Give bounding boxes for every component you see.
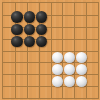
board-cell-r3c2[interactable]	[27, 39, 39, 51]
board-cell-r7c5[interactable]	[62, 86, 74, 98]
board-cell-r0c0[interactable]	[3, 3, 15, 15]
board-cell-r0c5[interactable]	[62, 3, 74, 15]
go-board	[0, 0, 100, 100]
board-cell-r4c3[interactable]	[39, 51, 51, 63]
board-cell-r3c0[interactable]	[3, 39, 15, 51]
board-cell-r4c2[interactable]	[27, 51, 39, 63]
board-cell-r2c3[interactable]	[39, 27, 51, 39]
board-cell-r5c1[interactable]	[15, 62, 27, 74]
board-cell-r0c2[interactable]	[27, 3, 39, 15]
board-grid	[2, 2, 99, 99]
board-cell-r0c7[interactable]	[86, 3, 98, 15]
board-cell-r3c4[interactable]	[51, 39, 63, 51]
board-cell-r1c0[interactable]	[3, 15, 15, 27]
board-cell-r2c4[interactable]	[51, 27, 63, 39]
board-cell-r6c2[interactable]	[27, 74, 39, 86]
board-cell-r7c6[interactable]	[74, 86, 86, 98]
board-cell-r6c7[interactable]	[86, 74, 98, 86]
board-cell-r5c5[interactable]	[62, 62, 74, 74]
board-cell-r2c0[interactable]	[3, 27, 15, 39]
board-cell-r3c3[interactable]	[39, 39, 51, 51]
board-cell-r6c6[interactable]	[74, 74, 86, 86]
board-cell-r4c4[interactable]	[51, 51, 63, 63]
board-cell-r4c7[interactable]	[86, 51, 98, 63]
board-cell-r4c1[interactable]	[15, 51, 27, 63]
board-cell-r1c5[interactable]	[62, 15, 74, 27]
board-cell-r1c1[interactable]	[15, 15, 27, 27]
board-cell-r0c4[interactable]	[51, 3, 63, 15]
board-cell-r7c2[interactable]	[27, 86, 39, 98]
board-cell-r6c3[interactable]	[39, 74, 51, 86]
board-cell-r6c0[interactable]	[3, 74, 15, 86]
board-cell-r7c1[interactable]	[15, 86, 27, 98]
board-cell-r1c4[interactable]	[51, 15, 63, 27]
board-cell-r5c6[interactable]	[74, 62, 86, 74]
board-cell-r6c4[interactable]	[51, 74, 63, 86]
board-cell-r0c1[interactable]	[15, 3, 27, 15]
board-cell-r3c1[interactable]	[15, 39, 27, 51]
board-cell-r4c5[interactable]	[62, 51, 74, 63]
board-cell-r1c7[interactable]	[86, 15, 98, 27]
board-cell-r7c7[interactable]	[86, 86, 98, 98]
board-cell-r5c3[interactable]	[39, 62, 51, 74]
board-cell-r2c5[interactable]	[62, 27, 74, 39]
board-cell-r5c0[interactable]	[3, 62, 15, 74]
board-cell-r4c0[interactable]	[3, 51, 15, 63]
board-cell-r0c3[interactable]	[39, 3, 51, 15]
board-cell-r7c4[interactable]	[51, 86, 63, 98]
board-cell-r1c6[interactable]	[74, 15, 86, 27]
game-screen	[0, 0, 100, 100]
board-cell-r6c5[interactable]	[62, 74, 74, 86]
board-cell-r2c1[interactable]	[15, 27, 27, 39]
board-cell-r0c6[interactable]	[74, 3, 86, 15]
board-cell-r7c0[interactable]	[3, 86, 15, 98]
board-cell-r5c2[interactable]	[27, 62, 39, 74]
board-cell-r1c2[interactable]	[27, 15, 39, 27]
board-cell-r2c7[interactable]	[86, 27, 98, 39]
board-cell-r3c6[interactable]	[74, 39, 86, 51]
board-cell-r5c4[interactable]	[51, 62, 63, 74]
board-cell-r1c3[interactable]	[39, 15, 51, 27]
board-cell-r2c6[interactable]	[74, 27, 86, 39]
board-cell-r4c6[interactable]	[74, 51, 86, 63]
board-cell-r5c7[interactable]	[86, 62, 98, 74]
board-cell-r7c3[interactable]	[39, 86, 51, 98]
board-cell-r6c1[interactable]	[15, 74, 27, 86]
board-cell-r3c7[interactable]	[86, 39, 98, 51]
board-cell-r2c2[interactable]	[27, 27, 39, 39]
board-cell-r3c5[interactable]	[62, 39, 74, 51]
